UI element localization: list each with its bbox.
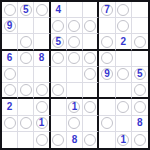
cell-r6c7[interactable] [99, 83, 115, 99]
odd-circle: 1 [68, 101, 80, 113]
cell-r2c6[interactable] [83, 18, 99, 34]
given-digit: 8 [39, 53, 45, 63]
cell-r2c9[interactable] [132, 18, 148, 34]
cell-r4c2[interactable] [18, 51, 34, 67]
odd-circle [117, 68, 129, 80]
cell-r8c6[interactable] [83, 116, 99, 132]
cell-r6c2[interactable] [18, 83, 34, 99]
cell-r2c3[interactable] [34, 18, 50, 34]
cell-r5c8[interactable] [116, 67, 132, 83]
cell-r9c3[interactable] [34, 132, 50, 148]
odd-circle [4, 4, 16, 16]
odd-circle [101, 52, 113, 64]
cell-r2c1[interactable]: 9 [2, 18, 18, 34]
cell-r9c6[interactable] [83, 132, 99, 148]
cell-r9c2[interactable] [18, 132, 34, 148]
odd-circle [36, 84, 48, 96]
cell-r1c1[interactable] [2, 2, 18, 18]
cell-r4c7[interactable] [99, 51, 115, 67]
cell-r8c4[interactable] [51, 116, 67, 132]
cell-r6c8[interactable] [116, 83, 132, 99]
cell-r1c9[interactable] [132, 2, 148, 18]
odd-circle [68, 117, 80, 129]
odd-circle [52, 84, 64, 96]
cell-r4c8[interactable] [116, 51, 132, 67]
odd-circle [134, 101, 146, 113]
cell-r8c8[interactable] [116, 116, 132, 132]
cell-r4c9[interactable] [132, 51, 148, 67]
cell-r5c4[interactable] [51, 67, 67, 83]
given-digit: 5 [23, 5, 29, 15]
odd-circle [52, 52, 64, 64]
cell-r1c5[interactable] [67, 2, 83, 18]
cell-r2c2[interactable] [18, 18, 34, 34]
cell-r2c8[interactable] [116, 18, 132, 34]
given-digit: 2 [120, 37, 126, 47]
cell-r8c7[interactable] [99, 116, 115, 132]
odd-circle [68, 36, 80, 48]
given-digit: 7 [104, 5, 110, 15]
given-digit: 6 [7, 53, 13, 63]
odd-circle [20, 117, 32, 129]
odd-circle [36, 101, 48, 113]
cell-r4c6[interactable] [83, 51, 99, 67]
cell-r3c7[interactable] [99, 34, 115, 50]
cell-r3c1[interactable] [2, 34, 18, 50]
cell-r1c8[interactable] [116, 2, 132, 18]
cell-r5c3[interactable] [34, 67, 50, 83]
odd-circle [52, 134, 64, 146]
odd-circle [20, 52, 32, 64]
cell-r9c4[interactable] [51, 132, 67, 148]
cell-r3c2[interactable] [18, 34, 34, 50]
odd-circle [68, 20, 80, 32]
cell-r6c4[interactable] [51, 83, 67, 99]
cell-r4c4[interactable] [51, 51, 67, 67]
cell-r5c2[interactable] [18, 67, 34, 83]
cell-r1c7[interactable]: 7 [99, 2, 115, 18]
cell-r1c3[interactable] [34, 2, 50, 18]
cell-r3c6[interactable] [83, 34, 99, 50]
cell-r1c6[interactable] [83, 2, 99, 18]
cell-r5c9[interactable]: 5 [132, 67, 148, 83]
odd-circle [84, 52, 96, 64]
cell-r8c1[interactable] [2, 116, 18, 132]
odd-circle [134, 36, 146, 48]
odd-circle [4, 68, 16, 80]
cell-r6c6[interactable] [83, 83, 99, 99]
cell-r9c1[interactable] [2, 132, 18, 148]
cell-r7c9[interactable] [132, 99, 148, 115]
cell-r5c7[interactable]: 9 [99, 67, 115, 83]
cell-r7c6[interactable] [83, 99, 99, 115]
cell-r5c5[interactable] [67, 67, 83, 83]
odd-circle [117, 101, 129, 113]
odd-circle [4, 84, 16, 96]
cell-r3c5[interactable] [67, 34, 83, 50]
odd-circle [134, 134, 146, 146]
cell-r7c5[interactable]: 1 [67, 99, 83, 115]
given-digit: 8 [137, 118, 143, 128]
odd-circle: 1 [36, 117, 48, 129]
cell-r7c3[interactable] [34, 99, 50, 115]
given-digit: 5 [55, 37, 61, 47]
odd-circle: 5 [134, 68, 146, 80]
cell-r4c3[interactable]: 8 [34, 51, 50, 67]
cell-r4c5[interactable] [67, 51, 83, 67]
odd-circle [117, 4, 129, 16]
cell-r3c3[interactable] [34, 34, 50, 50]
cell-r1c4[interactable]: 4 [51, 2, 67, 18]
cell-r8c2[interactable] [18, 116, 34, 132]
odd-circle [101, 36, 113, 48]
odd-circle [117, 20, 129, 32]
given-digit: 2 [7, 102, 13, 112]
given-digit: 9 [7, 21, 13, 31]
odd-circle [84, 101, 96, 113]
cell-r3c4[interactable]: 5 [51, 34, 67, 50]
odd-circle [4, 117, 16, 129]
cell-r4c1[interactable]: 6 [2, 51, 18, 67]
cell-r2c5[interactable] [67, 18, 83, 34]
odd-circle: 5 [52, 36, 64, 48]
odd-circle [134, 84, 146, 96]
odd-circle: 9 [4, 20, 16, 32]
cell-r7c2[interactable] [18, 99, 34, 115]
odd-circle [36, 134, 48, 146]
cell-r7c7[interactable] [99, 99, 115, 115]
odd-circle: 5 [20, 4, 32, 16]
cell-r7c4[interactable] [51, 99, 67, 115]
cell-r7c8[interactable] [116, 99, 132, 115]
odd-circle [20, 36, 32, 48]
cell-r3c8[interactable]: 2 [116, 34, 132, 50]
cell-r5c6[interactable] [83, 67, 99, 83]
odd-circle: 7 [101, 4, 113, 16]
odd-circle [68, 52, 80, 64]
cell-r5c1[interactable] [2, 67, 18, 83]
given-digit: 8 [72, 135, 78, 145]
sudoku-board: 5479526895211881 [0, 0, 150, 150]
cell-r6c3[interactable] [34, 83, 50, 99]
cell-r9c9[interactable] [132, 132, 148, 148]
given-digit: 4 [55, 5, 61, 15]
cell-r6c9[interactable] [132, 83, 148, 99]
odd-circle [36, 4, 48, 16]
given-digit: 9 [104, 69, 110, 79]
odd-circle [20, 84, 32, 96]
cell-r6c1[interactable] [2, 83, 18, 99]
odd-circle [52, 20, 64, 32]
cell-r2c4[interactable] [51, 18, 67, 34]
cell-r9c8[interactable]: 1 [116, 132, 132, 148]
cell-r8c3[interactable]: 1 [34, 116, 50, 132]
cell-r7c1[interactable]: 2 [2, 99, 18, 115]
cell-r9c7[interactable] [99, 132, 115, 148]
cell-r2c7[interactable] [99, 18, 115, 34]
cell-r6c5[interactable] [67, 83, 83, 99]
odd-circle: 9 [101, 68, 113, 80]
given-digit: 1 [120, 135, 126, 145]
cell-r1c2[interactable]: 5 [18, 2, 34, 18]
odd-circle [84, 68, 96, 80]
odd-circle: 1 [117, 134, 129, 146]
given-digit: 5 [137, 69, 143, 79]
odd-circle [84, 20, 96, 32]
cell-r8c5[interactable] [67, 116, 83, 132]
cell-r9c5[interactable]: 8 [67, 132, 83, 148]
given-digit: 1 [72, 102, 78, 112]
cell-r8c9[interactable]: 8 [132, 116, 148, 132]
odd-circle [84, 134, 96, 146]
given-digit: 1 [39, 118, 45, 128]
cell-r3c9[interactable] [132, 34, 148, 50]
odd-circle [101, 117, 113, 129]
